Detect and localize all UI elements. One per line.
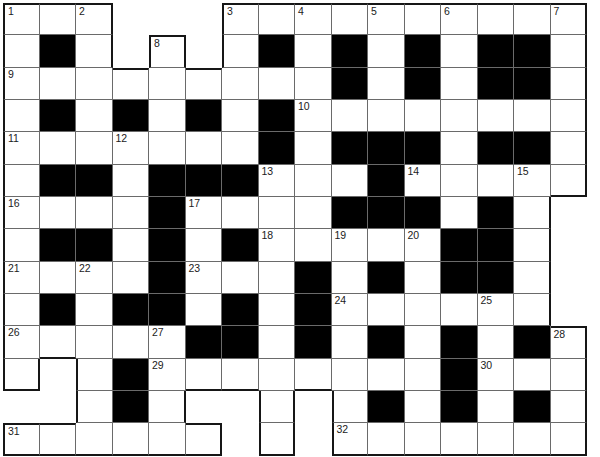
cell-r2-c6[interactable] xyxy=(222,68,259,100)
cell-r13-c13[interactable] xyxy=(478,423,515,455)
clue-number-21: 21 xyxy=(8,263,20,275)
clue-number-16: 16 xyxy=(8,198,20,210)
cell-r5-c7[interactable]: 13 xyxy=(259,165,296,197)
cell-r8-c5[interactable]: 23 xyxy=(186,262,223,294)
cell-r3-c8[interactable]: 10 xyxy=(295,100,332,132)
cell-r5-c0[interactable] xyxy=(3,165,40,197)
cell-r11-c11[interactable] xyxy=(405,359,442,391)
cell-r9-c13[interactable]: 25 xyxy=(478,294,515,326)
black-cell-r12-c10 xyxy=(368,391,405,423)
cell-r0-c6[interactable]: 3 xyxy=(222,3,259,35)
cell-r5-c12[interactable] xyxy=(441,165,478,197)
clue-number-30: 30 xyxy=(481,360,493,372)
black-cell-r2-c9 xyxy=(332,68,369,100)
cell-r13-c2[interactable] xyxy=(76,423,113,455)
black-cell-r6-c13 xyxy=(478,197,515,229)
crossword-page: 1234567891011121314151617181920212223242… xyxy=(0,0,600,457)
cell-r0-c14[interactable] xyxy=(514,3,551,35)
cell-r13-c1[interactable] xyxy=(40,423,77,455)
cell-r3-c6[interactable] xyxy=(222,100,259,132)
clue-number-15: 15 xyxy=(517,166,529,178)
clue-number-11: 11 xyxy=(8,133,19,145)
cell-r1-c15[interactable] xyxy=(551,35,588,67)
black-cell-r4-c13 xyxy=(478,132,515,164)
black-cell-r5-c10 xyxy=(368,165,405,197)
cell-r5-c11[interactable]: 14 xyxy=(405,165,442,197)
cell-r9-c12[interactable] xyxy=(441,294,478,326)
cell-r4-c1[interactable] xyxy=(40,132,77,164)
black-cell-r10-c14 xyxy=(514,326,551,358)
cell-r6-c14[interactable] xyxy=(514,197,551,229)
black-cell-r8-c12 xyxy=(441,262,478,294)
cell-r0-c1[interactable] xyxy=(40,3,77,35)
black-cell-r1-c13 xyxy=(478,35,515,67)
cell-r3-c9[interactable] xyxy=(332,100,369,132)
clue-number-5: 5 xyxy=(371,6,377,18)
cell-r10-c15[interactable]: 28 xyxy=(551,326,588,358)
cell-r4-c6[interactable] xyxy=(222,132,259,164)
cell-r4-c0[interactable]: 11 xyxy=(3,132,40,164)
cell-r13-c4[interactable] xyxy=(149,423,186,455)
cell-r9-c2[interactable] xyxy=(76,294,113,326)
cell-r3-c15[interactable] xyxy=(551,100,588,132)
cell-r8-c11[interactable] xyxy=(405,262,442,294)
cell-r7-c5[interactable] xyxy=(186,229,223,261)
cell-r0-c12[interactable]: 6 xyxy=(441,3,478,35)
black-cell-r10-c12 xyxy=(441,326,478,358)
cell-r8-c0[interactable]: 21 xyxy=(3,262,40,294)
cell-r6-c5[interactable]: 17 xyxy=(186,197,223,229)
clue-number-10: 10 xyxy=(298,101,310,113)
cell-r2-c12[interactable] xyxy=(441,68,478,100)
black-cell-r1-c14 xyxy=(514,35,551,67)
cell-r6-c3[interactable] xyxy=(113,197,150,229)
cell-r10-c13[interactable] xyxy=(478,326,515,358)
cell-r8-c6[interactable] xyxy=(222,262,259,294)
cell-r11-c10[interactable] xyxy=(368,359,405,391)
cell-r6-c7[interactable] xyxy=(259,197,296,229)
cell-r3-c14[interactable] xyxy=(514,100,551,132)
clue-number-17: 17 xyxy=(189,198,201,210)
black-cell-r4-c7 xyxy=(259,132,296,164)
cell-r12-c11[interactable] xyxy=(405,391,442,423)
cell-r13-c7[interactable] xyxy=(259,423,296,455)
cell-r2-c8[interactable] xyxy=(295,68,332,100)
black-cell-r8-c13 xyxy=(478,262,515,294)
black-cell-r7-c6 xyxy=(222,229,259,261)
cell-r11-c9[interactable] xyxy=(332,359,369,391)
cell-r0-c15[interactable]: 7 xyxy=(551,3,588,35)
cell-r13-c11[interactable] xyxy=(405,423,442,455)
cell-r10-c3[interactable] xyxy=(113,326,150,358)
cell-r6-c0[interactable]: 16 xyxy=(3,197,40,229)
cell-r1-c8[interactable] xyxy=(295,35,332,67)
cell-r11-c14[interactable] xyxy=(514,359,551,391)
clue-number-27: 27 xyxy=(152,327,164,339)
clue-number-12: 12 xyxy=(116,133,128,145)
black-cell-r4-c9 xyxy=(332,132,369,164)
cell-r5-c9[interactable] xyxy=(332,165,369,197)
cell-r2-c5[interactable] xyxy=(186,68,223,100)
clue-number-26: 26 xyxy=(8,327,20,339)
black-cell-r11-c12 xyxy=(441,359,478,391)
cell-r11-c4[interactable]: 29 xyxy=(149,359,186,391)
clue-number-13: 13 xyxy=(262,166,274,178)
black-cell-r7-c13 xyxy=(478,229,515,261)
cell-r11-c5[interactable] xyxy=(186,359,223,391)
cell-r0-c9[interactable] xyxy=(332,3,369,35)
clue-number-32: 32 xyxy=(337,424,349,436)
cell-r9-c7[interactable] xyxy=(259,294,296,326)
black-cell-r8-c8 xyxy=(295,262,332,294)
black-cell-r9-c6 xyxy=(222,294,259,326)
clue-number-25: 25 xyxy=(481,295,493,307)
cell-r2-c1[interactable] xyxy=(40,68,77,100)
cell-r3-c4[interactable] xyxy=(149,100,186,132)
cell-r13-c3[interactable] xyxy=(113,423,150,455)
cell-r12-c7[interactable] xyxy=(259,391,296,423)
cell-r11-c6[interactable] xyxy=(222,359,259,391)
cell-r2-c3[interactable] xyxy=(113,68,150,100)
black-cell-r2-c13 xyxy=(478,68,515,100)
black-cell-r12-c3 xyxy=(113,391,150,423)
cell-r7-c3[interactable] xyxy=(113,229,150,261)
cell-r3-c12[interactable] xyxy=(441,100,478,132)
black-cell-r4-c14 xyxy=(514,132,551,164)
clue-number-3: 3 xyxy=(227,6,233,18)
cell-r0-c2[interactable]: 2 xyxy=(76,3,113,35)
cell-r10-c0[interactable]: 26 xyxy=(3,326,40,358)
cell-r9-c11[interactable] xyxy=(405,294,442,326)
cell-r11-c2[interactable] xyxy=(76,359,113,391)
cell-r7-c10[interactable] xyxy=(368,229,405,261)
black-cell-r6-c11 xyxy=(405,197,442,229)
cell-r10-c11[interactable] xyxy=(405,326,442,358)
cell-r1-c12[interactable] xyxy=(441,35,478,67)
cell-r2-c10[interactable] xyxy=(368,68,405,100)
black-cell-r5-c4 xyxy=(149,165,186,197)
cell-r3-c13[interactable] xyxy=(478,100,515,132)
cell-r10-c2[interactable] xyxy=(76,326,113,358)
black-cell-r1-c11 xyxy=(405,35,442,67)
cell-r13-c0[interactable]: 31 xyxy=(3,423,40,455)
black-cell-r7-c2 xyxy=(76,229,113,261)
cell-r10-c1[interactable] xyxy=(40,326,77,358)
cell-r8-c1[interactable] xyxy=(40,262,77,294)
black-cell-r7-c1 xyxy=(40,229,77,261)
clue-number-22: 22 xyxy=(79,263,91,275)
cell-r6-c2[interactable] xyxy=(76,197,113,229)
cell-r3-c10[interactable] xyxy=(368,100,405,132)
clue-number-18: 18 xyxy=(262,230,274,242)
cell-r11-c0[interactable] xyxy=(3,359,40,391)
black-cell-r3-c1 xyxy=(40,100,77,132)
black-cell-r3-c5 xyxy=(186,100,223,132)
black-cell-r1-c1 xyxy=(40,35,77,67)
cell-r13-c9[interactable]: 32 xyxy=(332,423,369,455)
black-cell-r5-c1 xyxy=(40,165,77,197)
cell-r6-c12[interactable] xyxy=(441,197,478,229)
cell-r2-c0[interactable]: 9 xyxy=(3,68,40,100)
cell-r0-c8[interactable]: 4 xyxy=(295,3,332,35)
black-cell-r1-c9 xyxy=(332,35,369,67)
black-cell-r3-c7 xyxy=(259,100,296,132)
cell-r5-c14[interactable]: 15 xyxy=(514,165,551,197)
cell-r4-c5[interactable] xyxy=(186,132,223,164)
black-cell-r1-c7 xyxy=(259,35,296,67)
cell-r10-c4[interactable]: 27 xyxy=(149,326,186,358)
cell-r2-c2[interactable] xyxy=(76,68,113,100)
cell-r4-c8[interactable] xyxy=(295,132,332,164)
cell-r7-c0[interactable] xyxy=(3,229,40,261)
clue-number-31: 31 xyxy=(8,426,20,438)
cell-r0-c13[interactable] xyxy=(478,3,515,35)
black-cell-r2-c14 xyxy=(514,68,551,100)
clue-number-29: 29 xyxy=(152,360,164,372)
cell-r11-c15[interactable] xyxy=(551,359,588,391)
clue-number-20: 20 xyxy=(408,230,420,242)
black-cell-r6-c10 xyxy=(368,197,405,229)
black-cell-r5-c5 xyxy=(186,165,223,197)
cell-r6-c8[interactable] xyxy=(295,197,332,229)
cell-r13-c14[interactable] xyxy=(514,423,551,455)
black-cell-r7-c12 xyxy=(441,229,478,261)
cell-r0-c11[interactable] xyxy=(405,3,442,35)
cell-r12-c15[interactable] xyxy=(551,391,588,423)
cell-r4-c4[interactable] xyxy=(149,132,186,164)
cell-r9-c10[interactable] xyxy=(368,294,405,326)
cell-r8-c14[interactable] xyxy=(514,262,551,294)
black-cell-r6-c9 xyxy=(332,197,369,229)
black-cell-r9-c4 xyxy=(149,294,186,326)
clue-number-1: 1 xyxy=(8,6,14,18)
cell-r7-c11[interactable]: 20 xyxy=(405,229,442,261)
black-cell-r8-c10 xyxy=(368,262,405,294)
cell-r13-c10[interactable] xyxy=(368,423,405,455)
cell-r7-c14[interactable] xyxy=(514,229,551,261)
cell-r1-c2[interactable] xyxy=(76,35,113,67)
cell-r3-c11[interactable] xyxy=(405,100,442,132)
clue-number-14: 14 xyxy=(408,166,420,178)
cell-r1-c4[interactable]: 8 xyxy=(149,35,186,67)
cell-r4-c15[interactable] xyxy=(551,132,588,164)
black-cell-r12-c14 xyxy=(514,391,551,423)
cell-r7-c7[interactable]: 18 xyxy=(259,229,296,261)
cell-r8-c9[interactable] xyxy=(332,262,369,294)
cell-r9-c9[interactable]: 24 xyxy=(332,294,369,326)
cell-r5-c8[interactable] xyxy=(295,165,332,197)
cell-r0-c7[interactable] xyxy=(259,3,296,35)
black-cell-r10-c6 xyxy=(222,326,259,358)
black-cell-r6-c4 xyxy=(149,197,186,229)
cell-r1-c10[interactable] xyxy=(368,35,405,67)
cell-r7-c9[interactable]: 19 xyxy=(332,229,369,261)
cell-r12-c13[interactable] xyxy=(478,391,515,423)
cell-r4-c2[interactable] xyxy=(76,132,113,164)
cell-r0-c10[interactable]: 5 xyxy=(368,3,405,35)
cell-r8-c2[interactable]: 22 xyxy=(76,262,113,294)
cell-r12-c9[interactable] xyxy=(332,391,369,423)
black-cell-r4-c11 xyxy=(405,132,442,164)
clue-number-7: 7 xyxy=(554,6,560,18)
clue-number-8: 8 xyxy=(154,38,160,50)
cell-r2-c7[interactable] xyxy=(259,68,296,100)
black-cell-r9-c8 xyxy=(295,294,332,326)
black-cell-r8-c4 xyxy=(149,262,186,294)
black-cell-r7-c4 xyxy=(149,229,186,261)
cell-r10-c7[interactable] xyxy=(259,326,296,358)
cell-r11-c13[interactable]: 30 xyxy=(478,359,515,391)
black-cell-r4-c10 xyxy=(368,132,405,164)
cell-r9-c14[interactable] xyxy=(514,294,551,326)
cell-r6-c1[interactable] xyxy=(40,197,77,229)
cell-r10-c9[interactable] xyxy=(332,326,369,358)
cell-r12-c2[interactable] xyxy=(76,391,113,423)
black-cell-r10-c5 xyxy=(186,326,223,358)
clue-number-28: 28 xyxy=(554,329,566,341)
clue-number-9: 9 xyxy=(8,69,14,81)
black-cell-r2-c11 xyxy=(405,68,442,100)
cell-r5-c3[interactable] xyxy=(113,165,150,197)
clue-number-2: 2 xyxy=(79,6,85,18)
cell-r7-c8[interactable] xyxy=(295,229,332,261)
cell-r1-c6[interactable] xyxy=(222,35,259,67)
clue-number-6: 6 xyxy=(444,6,450,18)
black-cell-r9-c3 xyxy=(113,294,150,326)
clue-number-24: 24 xyxy=(335,295,347,307)
cell-r4-c12[interactable] xyxy=(441,132,478,164)
cell-r3-c2[interactable] xyxy=(76,100,113,132)
crossword-grid: 1234567891011121314151617181920212223242… xyxy=(3,3,587,456)
cell-r5-c13[interactable] xyxy=(478,165,515,197)
cell-r9-c5[interactable] xyxy=(186,294,223,326)
cell-r2-c15[interactable] xyxy=(551,68,588,100)
cell-r6-c6[interactable] xyxy=(222,197,259,229)
clue-number-4: 4 xyxy=(298,6,304,18)
clue-number-23: 23 xyxy=(189,263,201,275)
cell-r13-c12[interactable] xyxy=(441,423,478,455)
cell-r9-c0[interactable] xyxy=(3,294,40,326)
cell-r0-c0[interactable]: 1 xyxy=(3,3,40,35)
cell-r12-c4[interactable] xyxy=(149,391,186,423)
black-cell-r11-c3 xyxy=(113,359,150,391)
cell-r3-c0[interactable] xyxy=(3,100,40,132)
cell-r2-c4[interactable] xyxy=(149,68,186,100)
black-cell-r5-c2 xyxy=(76,165,113,197)
cell-r13-c15[interactable] xyxy=(551,423,588,455)
cell-r5-c15[interactable] xyxy=(551,165,588,197)
black-cell-r9-c1 xyxy=(40,294,77,326)
black-cell-r5-c6 xyxy=(222,165,259,197)
black-cell-r12-c12 xyxy=(441,391,478,423)
clue-number-19: 19 xyxy=(335,230,347,242)
cell-r8-c7[interactable] xyxy=(259,262,296,294)
black-cell-r10-c10 xyxy=(368,326,405,358)
cell-r13-c5[interactable] xyxy=(186,423,223,455)
cell-r8-c3[interactable] xyxy=(113,262,150,294)
black-cell-r10-c8 xyxy=(295,326,332,358)
cell-r1-c0[interactable] xyxy=(3,35,40,67)
cell-r11-c7[interactable] xyxy=(259,359,296,391)
black-cell-r3-c3 xyxy=(113,100,150,132)
cell-r4-c3[interactable]: 12 xyxy=(113,132,150,164)
cell-r11-c8[interactable] xyxy=(295,359,332,391)
